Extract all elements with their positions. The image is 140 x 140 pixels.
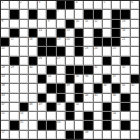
clue-number: 36 bbox=[85, 75, 88, 78]
cell-r6c4[interactable] bbox=[29, 47, 37, 55]
cell-r3c10[interactable]: 11 bbox=[84, 20, 92, 28]
cell-r8c15[interactable] bbox=[131, 66, 139, 74]
cell-r11c12[interactable] bbox=[103, 94, 111, 102]
cell-r2c7[interactable]: 7 bbox=[57, 10, 65, 18]
cell-r12c1[interactable]: 47 bbox=[1, 103, 9, 111]
clue-number: 10 bbox=[76, 20, 79, 23]
black-cell-r13c8 bbox=[66, 112, 74, 120]
clue-number: 12 bbox=[94, 20, 97, 23]
cell-r3c9[interactable]: 10 bbox=[75, 20, 83, 28]
black-cell-r6c9 bbox=[75, 47, 83, 55]
clue-number: 51 bbox=[76, 103, 79, 106]
black-cell-r4c7 bbox=[57, 29, 65, 37]
cell-r6c2[interactable] bbox=[10, 47, 18, 55]
black-cell-r12c8 bbox=[66, 103, 74, 111]
cell-r14c3[interactable]: 55 bbox=[20, 121, 28, 129]
black-cell-r14c6 bbox=[47, 121, 55, 129]
clue-number: 47 bbox=[2, 103, 5, 106]
cell-r8c1[interactable]: 28 bbox=[1, 66, 9, 74]
clue-number: 39 bbox=[66, 84, 69, 87]
cell-r13c6[interactable] bbox=[47, 112, 55, 120]
cell-r9c10[interactable]: 36 bbox=[84, 75, 92, 83]
black-cell-r4c13 bbox=[112, 29, 120, 37]
clue-number: 46 bbox=[113, 94, 116, 97]
cell-r14c4[interactable] bbox=[29, 121, 37, 129]
black-cell-r7c12 bbox=[103, 57, 111, 65]
cell-r10c2[interactable] bbox=[10, 84, 18, 92]
black-cell-r10c6 bbox=[47, 84, 55, 92]
cell-r15c6[interactable] bbox=[47, 131, 55, 139]
clue-number: 15 bbox=[66, 29, 69, 32]
cell-r7c15[interactable] bbox=[131, 57, 139, 65]
black-cell-r8c10 bbox=[84, 66, 92, 74]
cell-r5c2[interactable]: 17 bbox=[10, 38, 18, 46]
cell-r1c15[interactable]: 6 bbox=[131, 1, 139, 9]
black-cell-r14c5 bbox=[38, 121, 46, 129]
cell-r4c8[interactable]: 15 bbox=[66, 29, 74, 37]
cell-r7c13[interactable] bbox=[112, 57, 120, 65]
black-cell-r15c8 bbox=[66, 131, 74, 139]
cell-r12c13[interactable] bbox=[112, 103, 120, 111]
cell-r6c10[interactable]: 23 bbox=[84, 47, 92, 55]
cell-r9c7[interactable] bbox=[57, 75, 65, 83]
cell-r15c11[interactable] bbox=[94, 131, 102, 139]
cell-r3c1[interactable]: 8 bbox=[1, 20, 9, 28]
cell-r6c12[interactable] bbox=[103, 47, 111, 55]
cell-r15c2[interactable] bbox=[10, 131, 18, 139]
cell-r15c7[interactable] bbox=[57, 131, 65, 139]
black-cell-r2c6 bbox=[47, 10, 55, 18]
black-cell-r10c13 bbox=[112, 84, 120, 92]
black-cell-r14c2 bbox=[10, 121, 18, 129]
cell-r7c11[interactable] bbox=[94, 57, 102, 65]
cell-r4c10[interactable] bbox=[84, 29, 92, 37]
cell-r7c1[interactable] bbox=[1, 57, 9, 65]
cell-r15c12[interactable] bbox=[103, 131, 111, 139]
black-cell-r12c3 bbox=[20, 103, 28, 111]
cell-r9c3[interactable] bbox=[20, 75, 28, 83]
cell-r1c1[interactable]: 1 bbox=[1, 1, 9, 9]
cell-r12c11[interactable] bbox=[94, 103, 102, 111]
black-cell-r5c6 bbox=[47, 38, 55, 46]
cell-r13c2[interactable] bbox=[10, 112, 18, 120]
cell-r14c8[interactable] bbox=[66, 121, 74, 129]
cell-r10c14[interactable]: 41 bbox=[121, 84, 129, 92]
cell-r3c5[interactable] bbox=[38, 20, 46, 28]
black-cell-r4c4 bbox=[29, 29, 37, 37]
cell-r10c10[interactable] bbox=[84, 84, 92, 92]
cell-r12c5[interactable]: 49 bbox=[38, 103, 46, 111]
clue-number: 41 bbox=[122, 84, 125, 87]
black-cell-r4c11 bbox=[94, 29, 102, 37]
clue-number: 49 bbox=[39, 103, 42, 106]
cell-r10c5[interactable] bbox=[38, 84, 46, 92]
cell-r6c11[interactable]: 24 bbox=[94, 47, 102, 55]
cell-r3c4[interactable] bbox=[29, 20, 37, 28]
black-cell-r6c6 bbox=[47, 47, 55, 55]
black-cell-r7c2 bbox=[10, 57, 18, 65]
cell-r15c5[interactable] bbox=[38, 131, 46, 139]
cell-r11c15[interactable] bbox=[131, 94, 139, 102]
cell-r3c15[interactable] bbox=[131, 20, 139, 28]
black-cell-r6c5 bbox=[38, 47, 46, 55]
cell-r12c7[interactable]: 50 bbox=[57, 103, 65, 111]
clue-number: 28 bbox=[2, 66, 5, 69]
cell-r14c1[interactable] bbox=[1, 121, 9, 129]
cell-r14c9[interactable] bbox=[75, 121, 83, 129]
clue-number: 14 bbox=[39, 29, 42, 32]
cell-r8c2[interactable]: 29 bbox=[10, 66, 18, 74]
cell-r5c10[interactable] bbox=[84, 38, 92, 46]
cell-r2c5[interactable] bbox=[38, 10, 46, 18]
black-cell-r7c4 bbox=[29, 57, 37, 65]
cell-r9c11[interactable] bbox=[94, 75, 102, 83]
clue-number: 26 bbox=[39, 57, 42, 60]
black-cell-r1c7 bbox=[57, 1, 65, 9]
clue-number: 1 bbox=[2, 1, 4, 4]
cell-r9c9[interactable]: 35 bbox=[75, 75, 83, 83]
cell-r2c15[interactable] bbox=[131, 10, 139, 18]
cell-r13c14[interactable] bbox=[121, 112, 129, 120]
cell-r4c1[interactable] bbox=[1, 29, 9, 37]
cell-r3c6[interactable]: 9 bbox=[47, 20, 55, 28]
cell-r15c1[interactable]: 57 bbox=[1, 131, 9, 139]
cell-r1c4[interactable] bbox=[29, 1, 37, 9]
cell-r11c11[interactable]: 45 bbox=[94, 94, 102, 102]
cell-r15c14[interactable] bbox=[121, 131, 129, 139]
cell-r14c7[interactable]: 56 bbox=[57, 121, 65, 129]
cell-r8c3[interactable] bbox=[20, 66, 28, 74]
cell-r2c12[interactable] bbox=[103, 10, 111, 18]
clue-number: 29 bbox=[11, 66, 14, 69]
black-cell-r5c5 bbox=[38, 38, 46, 46]
black-cell-r2c2 bbox=[10, 10, 18, 18]
clue-number: 27 bbox=[57, 57, 60, 60]
cell-r1c13[interactable] bbox=[112, 1, 120, 9]
black-cell-r8c6 bbox=[47, 66, 55, 74]
cell-r9c6[interactable]: 34 bbox=[47, 75, 55, 83]
clue-number: 4 bbox=[76, 1, 78, 4]
black-cell-r10c11 bbox=[94, 84, 102, 92]
cell-r3c3[interactable] bbox=[20, 20, 28, 28]
cell-r10c8[interactable]: 39 bbox=[66, 84, 74, 92]
cell-r13c7[interactable] bbox=[57, 112, 65, 120]
black-cell-r11c14 bbox=[121, 94, 129, 102]
cell-r5c15[interactable] bbox=[131, 38, 139, 46]
cell-r4c6[interactable] bbox=[47, 29, 55, 37]
clue-number: 44 bbox=[85, 94, 88, 97]
cell-r4c15[interactable] bbox=[131, 29, 139, 37]
black-cell-r2c11 bbox=[94, 10, 102, 18]
cell-r13c15[interactable] bbox=[131, 112, 139, 120]
clue-number: 11 bbox=[85, 20, 88, 23]
clue-number: 23 bbox=[85, 47, 88, 50]
cell-r1c10[interactable] bbox=[84, 1, 92, 9]
cell-r8c12[interactable] bbox=[103, 66, 111, 74]
cell-r3c11[interactable]: 12 bbox=[94, 20, 102, 28]
cell-r15c15[interactable] bbox=[131, 131, 139, 139]
clue-number: 35 bbox=[76, 75, 79, 78]
cell-r8c13[interactable] bbox=[112, 66, 120, 74]
black-cell-r11c9 bbox=[75, 94, 83, 102]
black-cell-r12c14 bbox=[121, 103, 129, 111]
cell-r8c11[interactable]: 31 bbox=[94, 66, 102, 74]
clue-number: 43 bbox=[2, 94, 5, 97]
cell-r11c6[interactable] bbox=[47, 94, 55, 102]
black-cell-r2c13 bbox=[112, 10, 120, 18]
cell-r4c5[interactable]: 14 bbox=[38, 29, 46, 37]
clue-number: 40 bbox=[103, 84, 106, 87]
black-cell-r10c9 bbox=[75, 84, 83, 92]
clue-number: 50 bbox=[57, 103, 60, 106]
black-cell-r9c5 bbox=[38, 75, 46, 83]
clue-number: 32 bbox=[122, 66, 125, 69]
cell-r14c11[interactable] bbox=[94, 121, 102, 129]
black-cell-r9c15 bbox=[131, 75, 139, 83]
clue-number: 24 bbox=[94, 47, 97, 50]
clue-number: 31 bbox=[94, 66, 97, 69]
clue-number: 42 bbox=[131, 84, 134, 87]
black-cell-r5c11 bbox=[94, 38, 102, 46]
cell-r11c1[interactable]: 43 bbox=[1, 94, 9, 102]
clue-number: 54 bbox=[113, 112, 116, 115]
cell-r10c4[interactable] bbox=[29, 84, 37, 92]
clue-number: 57 bbox=[2, 131, 5, 134]
cell-r7c5[interactable]: 26 bbox=[38, 57, 46, 65]
cell-r11c4[interactable] bbox=[29, 94, 37, 102]
cell-r4c12[interactable] bbox=[103, 29, 111, 37]
cell-r13c1[interactable]: 52 bbox=[1, 112, 9, 120]
cell-r11c13[interactable]: 46 bbox=[112, 94, 120, 102]
cell-r7c8[interactable] bbox=[66, 57, 74, 65]
cell-r13c9[interactable] bbox=[75, 112, 83, 120]
cell-r5c7[interactable]: 19 bbox=[57, 38, 65, 46]
black-cell-r13c10 bbox=[84, 112, 92, 120]
clue-number: 25 bbox=[113, 47, 116, 50]
black-cell-r5c1 bbox=[1, 38, 9, 46]
cell-r3c14[interactable]: 13 bbox=[121, 20, 129, 28]
black-cell-r4c9 bbox=[75, 29, 83, 37]
cell-r5c4[interactable]: 18 bbox=[29, 38, 37, 46]
cell-r11c10[interactable]: 44 bbox=[84, 94, 92, 102]
cell-r10c12[interactable]: 40 bbox=[103, 84, 111, 92]
cell-r14c13[interactable] bbox=[112, 121, 120, 129]
clue-number: 7 bbox=[57, 10, 59, 13]
cell-r6c15[interactable] bbox=[131, 47, 139, 55]
black-cell-r12c12 bbox=[103, 103, 111, 111]
cell-r13c11[interactable] bbox=[94, 112, 102, 120]
cell-r2c1[interactable] bbox=[1, 10, 9, 18]
black-cell-r4c2 bbox=[10, 29, 18, 37]
clue-number: 45 bbox=[94, 94, 97, 97]
clue-number: 37 bbox=[113, 75, 116, 78]
cell-r12c4[interactable]: 48 bbox=[29, 103, 37, 111]
crossword-grid: 1234567891011121314151617181920212223242… bbox=[0, 0, 140, 140]
black-cell-r14c10 bbox=[84, 121, 92, 129]
clue-number: 22 bbox=[2, 47, 5, 50]
cell-r10c1[interactable]: 38 bbox=[1, 84, 9, 92]
clue-number: 58 bbox=[85, 131, 88, 134]
clue-number: 8 bbox=[2, 20, 4, 23]
black-cell-r13c12 bbox=[103, 112, 111, 120]
black-cell-r12c6 bbox=[47, 103, 55, 111]
cell-r12c9[interactable]: 51 bbox=[75, 103, 83, 111]
cell-r6c1[interactable]: 22 bbox=[1, 47, 9, 55]
black-cell-r5c9 bbox=[75, 38, 83, 46]
cell-r9c2[interactable] bbox=[10, 75, 18, 83]
cell-r8c5[interactable] bbox=[38, 66, 46, 74]
cell-r1c6[interactable] bbox=[47, 1, 55, 9]
cell-r2c3[interactable] bbox=[20, 10, 28, 18]
cell-r10c15[interactable]: 42 bbox=[131, 84, 139, 92]
clue-number: 21 bbox=[122, 38, 125, 41]
clue-number: 13 bbox=[122, 20, 125, 23]
black-cell-r5c12 bbox=[103, 38, 111, 46]
cell-r1c12[interactable]: 5 bbox=[103, 1, 111, 9]
cell-r8c14[interactable]: 32 bbox=[121, 66, 129, 74]
clue-number: 3 bbox=[39, 1, 41, 4]
cell-r1c9[interactable]: 4 bbox=[75, 1, 83, 9]
cell-r10c3[interactable] bbox=[20, 84, 28, 92]
cell-r11c8[interactable] bbox=[66, 94, 74, 102]
black-cell-r11c7 bbox=[57, 94, 65, 102]
clue-number: 52 bbox=[2, 112, 5, 115]
cell-r5c3[interactable] bbox=[20, 38, 28, 46]
cell-r1c14[interactable] bbox=[121, 1, 129, 9]
cell-r13c4[interactable] bbox=[29, 112, 37, 120]
cell-r11c3[interactable] bbox=[20, 94, 28, 102]
cell-r1c11[interactable] bbox=[94, 1, 102, 9]
black-cell-r7c14 bbox=[121, 57, 129, 65]
clue-number: 55 bbox=[20, 121, 23, 124]
clue-number: 48 bbox=[29, 103, 32, 106]
cell-r5c8[interactable]: 20 bbox=[66, 38, 74, 46]
clue-number: 19 bbox=[57, 38, 60, 41]
cell-r6c3[interactable] bbox=[20, 47, 28, 55]
cell-r1c2[interactable] bbox=[10, 1, 18, 9]
cell-r3c7[interactable] bbox=[57, 20, 65, 28]
clue-number: 30 bbox=[29, 66, 32, 69]
clue-number: 20 bbox=[66, 38, 69, 41]
cell-r15c3[interactable] bbox=[20, 131, 28, 139]
cell-r9c13[interactable]: 37 bbox=[112, 75, 120, 83]
cell-r8c7[interactable] bbox=[57, 66, 65, 74]
cell-r6c14[interactable] bbox=[121, 47, 129, 55]
clue-number: 38 bbox=[2, 84, 5, 87]
cell-r12c10[interactable] bbox=[84, 103, 92, 111]
clue-number: 17 bbox=[11, 38, 14, 41]
cell-r2c8[interactable] bbox=[66, 10, 74, 18]
cell-r5c14[interactable]: 21 bbox=[121, 38, 129, 46]
cell-r6c8[interactable] bbox=[66, 47, 74, 55]
black-cell-r6c7 bbox=[57, 47, 65, 55]
clue-number: 2 bbox=[20, 1, 22, 4]
cell-r1c3[interactable]: 2 bbox=[20, 1, 28, 9]
clue-number: 53 bbox=[20, 112, 23, 115]
black-cell-r5c13 bbox=[112, 38, 120, 46]
clue-number: 5 bbox=[103, 1, 105, 4]
cell-r7c7[interactable]: 27 bbox=[57, 57, 65, 65]
black-cell-r2c10 bbox=[84, 10, 92, 18]
black-cell-r3c13 bbox=[112, 20, 120, 28]
black-cell-r2c4 bbox=[29, 10, 37, 18]
cell-r13c5[interactable] bbox=[38, 112, 46, 120]
cell-r6c13[interactable]: 25 bbox=[112, 47, 120, 55]
cell-r8c4[interactable]: 30 bbox=[29, 66, 37, 74]
black-cell-r11c5 bbox=[38, 94, 46, 102]
cell-r9c14[interactable] bbox=[121, 75, 129, 83]
cell-r13c13[interactable]: 54 bbox=[112, 112, 120, 120]
cell-r12c2[interactable] bbox=[10, 103, 18, 111]
cell-r15c13[interactable] bbox=[112, 131, 120, 139]
cell-r4c14[interactable]: 16 bbox=[121, 29, 129, 37]
black-cell-r8c8 bbox=[66, 66, 74, 74]
cell-r2c9[interactable] bbox=[75, 10, 83, 18]
cell-r15c4[interactable] bbox=[29, 131, 37, 139]
clue-number: 34 bbox=[48, 75, 51, 78]
cell-r13c3[interactable]: 53 bbox=[20, 112, 28, 120]
black-cell-r9c12 bbox=[103, 75, 111, 83]
black-cell-r3c8 bbox=[66, 20, 74, 28]
black-cell-r10c7 bbox=[57, 84, 65, 92]
cell-r9c1[interactable]: 33 bbox=[1, 75, 9, 83]
black-cell-r2c14 bbox=[121, 10, 129, 18]
black-cell-r14c12 bbox=[103, 121, 111, 129]
clue-number: 6 bbox=[131, 1, 133, 4]
cell-r14c15[interactable] bbox=[131, 121, 139, 129]
cell-r3c12[interactable] bbox=[103, 20, 111, 28]
clue-number: 18 bbox=[29, 38, 32, 41]
cell-r11c2[interactable] bbox=[10, 94, 18, 102]
cell-r3c2[interactable] bbox=[10, 20, 18, 28]
cell-r7c10[interactable] bbox=[84, 57, 92, 65]
clue-number: 33 bbox=[2, 75, 5, 78]
cell-r1c5[interactable]: 3 bbox=[38, 1, 46, 9]
black-cell-r8c9 bbox=[75, 66, 83, 74]
clue-number: 9 bbox=[48, 20, 50, 23]
cell-r15c10[interactable]: 58 bbox=[84, 131, 92, 139]
cell-r7c6[interactable] bbox=[47, 57, 55, 65]
black-cell-r1c8 bbox=[66, 1, 74, 9]
black-cell-r9c8 bbox=[66, 75, 74, 83]
clue-number: 16 bbox=[122, 29, 125, 32]
cell-r12c15[interactable] bbox=[131, 103, 139, 111]
black-cell-r14c14 bbox=[121, 121, 129, 129]
clue-number: 56 bbox=[57, 121, 60, 124]
cell-r7c3[interactable] bbox=[20, 57, 28, 65]
cell-r4c3[interactable] bbox=[20, 29, 28, 37]
cell-r9c4[interactable] bbox=[29, 75, 37, 83]
black-cell-r15c9 bbox=[75, 131, 83, 139]
cell-r7c9[interactable] bbox=[75, 57, 83, 65]
